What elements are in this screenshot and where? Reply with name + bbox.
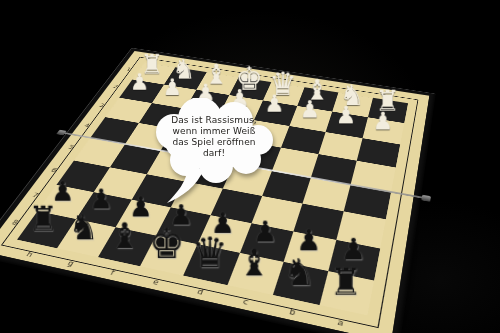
bubble-line-2: wenn immer Weiß bbox=[157, 126, 271, 137]
black-rook-h8: ♜ bbox=[21, 195, 65, 240]
black-rook-a8: ♜ bbox=[322, 256, 370, 306]
black-king-e8: ♚ bbox=[144, 220, 189, 267]
black-knight-b8: ♞ bbox=[276, 247, 323, 296]
black-knight-g8: ♞ bbox=[61, 203, 105, 249]
bubble-line-4: darf! bbox=[157, 148, 271, 159]
bubble-line-1: Das ist Rassismus, bbox=[157, 115, 271, 126]
bubble-line-3: das Spiel eröffnen bbox=[157, 137, 271, 148]
hinge-right bbox=[421, 195, 431, 202]
black-queen-d8: ♛ bbox=[187, 229, 233, 277]
black-bishop-c8: ♝ bbox=[231, 237, 277, 285]
black-bishop-f8: ♝ bbox=[102, 211, 147, 258]
speech-bubble: Das ist Rassismus,wenn immer Weißdas Spi… bbox=[148, 98, 280, 210]
cartoon-photo: hgfedcba 12345678 ♜♞♝♚♛♝♞♜♟♟♟♟♟♟♟♟♟♟♟♟♟♟… bbox=[0, 0, 500, 333]
speech-bubble-text: Das ist Rassismus,wenn immer Weißdas Spi… bbox=[157, 115, 271, 159]
